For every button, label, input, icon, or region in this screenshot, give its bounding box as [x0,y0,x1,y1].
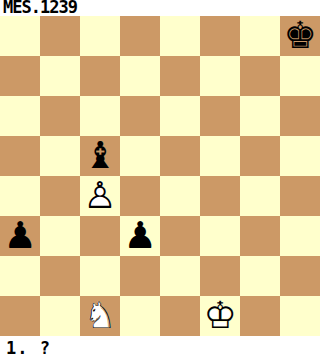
square-f2[interactable] [200,256,240,296]
square-a8[interactable] [0,16,40,56]
square-f7[interactable] [200,56,240,96]
piece-white-knight-fill: ♞ [80,296,120,336]
square-b1[interactable] [40,296,80,336]
square-g1[interactable] [240,296,280,336]
square-h3[interactable] [280,216,320,256]
square-h1[interactable] [280,296,320,336]
piece-white-king-fill: ♚ [200,296,240,336]
square-b6[interactable] [40,96,80,136]
piece-white-pawn: ♙ [80,176,120,216]
piece-black-king: ♚ [280,16,320,56]
square-g8[interactable] [240,16,280,56]
square-h5[interactable] [280,136,320,176]
square-a4[interactable] [0,176,40,216]
square-c4[interactable]: ♟♙ [80,176,120,216]
square-f5[interactable] [200,136,240,176]
square-f1[interactable]: ♚♔ [200,296,240,336]
square-d5[interactable] [120,136,160,176]
square-f6[interactable] [200,96,240,136]
square-a3[interactable]: ♟ [0,216,40,256]
square-b4[interactable] [40,176,80,216]
square-g2[interactable] [240,256,280,296]
square-a1[interactable] [0,296,40,336]
square-b2[interactable] [40,256,80,296]
square-e1[interactable] [160,296,200,336]
square-h4[interactable] [280,176,320,216]
square-c6[interactable] [80,96,120,136]
piece-black-pawn: ♟ [0,216,40,256]
square-a6[interactable] [0,96,40,136]
square-f3[interactable] [200,216,240,256]
square-d2[interactable] [120,256,160,296]
square-a2[interactable] [0,256,40,296]
piece-black-bishop: ♝ [80,136,120,176]
square-h6[interactable] [280,96,320,136]
square-h2[interactable] [280,256,320,296]
square-f4[interactable] [200,176,240,216]
square-b5[interactable] [40,136,80,176]
square-g4[interactable] [240,176,280,216]
square-c8[interactable] [80,16,120,56]
square-g7[interactable] [240,56,280,96]
piece-white-pawn-fill: ♟ [80,176,120,216]
square-c7[interactable] [80,56,120,96]
square-g5[interactable] [240,136,280,176]
square-g6[interactable] [240,96,280,136]
square-e7[interactable] [160,56,200,96]
square-d3[interactable]: ♟ [120,216,160,256]
square-g3[interactable] [240,216,280,256]
square-a7[interactable] [0,56,40,96]
square-d1[interactable] [120,296,160,336]
square-c5[interactable]: ♝ [80,136,120,176]
square-b8[interactable] [40,16,80,56]
square-e8[interactable] [160,16,200,56]
square-d7[interactable] [120,56,160,96]
square-d4[interactable] [120,176,160,216]
square-a5[interactable] [0,136,40,176]
square-h8[interactable]: ♚ [280,16,320,56]
square-e5[interactable] [160,136,200,176]
square-c3[interactable] [80,216,120,256]
square-e2[interactable] [160,256,200,296]
piece-black-pawn: ♟ [120,216,160,256]
move-prompt: 1. ? [0,336,320,360]
square-c2[interactable] [80,256,120,296]
square-e4[interactable] [160,176,200,216]
square-b3[interactable] [40,216,80,256]
chess-board: ♚♝♟♙♟♟♞♘♚♔ [0,16,320,336]
puzzle-id: MES.1239 [0,0,320,16]
square-f8[interactable] [200,16,240,56]
square-d6[interactable] [120,96,160,136]
square-c1[interactable]: ♞♘ [80,296,120,336]
piece-white-knight: ♘ [80,296,120,336]
square-e6[interactable] [160,96,200,136]
square-b7[interactable] [40,56,80,96]
square-e3[interactable] [160,216,200,256]
piece-white-king: ♔ [200,296,240,336]
square-h7[interactable] [280,56,320,96]
square-d8[interactable] [120,16,160,56]
